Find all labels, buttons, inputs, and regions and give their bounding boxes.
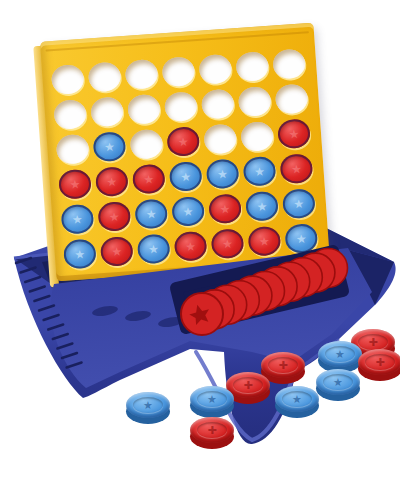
star-emblem: ★ bbox=[207, 394, 217, 405]
star-emblem: ★ bbox=[335, 349, 345, 360]
cross-emblem: ✚ bbox=[375, 357, 384, 368]
loose-disc-blue: ★ bbox=[275, 386, 319, 418]
star-emblem: ★ bbox=[333, 377, 343, 388]
disc-face: ✚ bbox=[358, 349, 400, 375]
cross-emblem: ✚ bbox=[278, 360, 287, 371]
disc-face: ★ bbox=[126, 392, 170, 418]
cross-emblem: ✚ bbox=[243, 380, 252, 391]
loose-disc-blue: ★ bbox=[316, 369, 360, 401]
disc-face: ★ bbox=[316, 369, 360, 395]
loose-disc-red: ✚ bbox=[190, 417, 234, 449]
loose-disc-blue: ★ bbox=[190, 386, 234, 418]
star-emblem: ★ bbox=[143, 400, 153, 411]
connect-four-product-photo: ★★★★★★★★★★★★★★★★★★★★★★★★ ✚★✚✚★✚★ bbox=[0, 0, 400, 480]
disc-face: ★ bbox=[190, 386, 234, 412]
loose-disc-blue: ★ bbox=[126, 392, 170, 424]
loose-disc-red: ✚ bbox=[358, 349, 400, 381]
disc-face: ★ bbox=[275, 386, 319, 412]
loose-discs-area: ✚★✚✚★✚★★★✚ bbox=[0, 0, 400, 480]
disc-face: ★ bbox=[318, 341, 362, 367]
disc-face: ✚ bbox=[190, 417, 234, 443]
cross-emblem: ✚ bbox=[368, 337, 377, 348]
star-emblem: ★ bbox=[292, 394, 302, 405]
cross-emblem: ✚ bbox=[207, 425, 216, 436]
